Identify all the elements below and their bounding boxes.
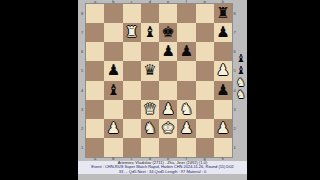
black-bishop-piece-icon: ♝ (143, 25, 156, 40)
square-c3 (123, 100, 141, 119)
rank-label-3: 3 (78, 100, 86, 119)
square-h3 (214, 100, 232, 119)
square-h1 (214, 138, 232, 157)
square-g3 (196, 100, 214, 119)
square-b4: ♝ (104, 81, 122, 100)
black-rook-piece-icon: ♜ (216, 6, 229, 21)
square-d6 (141, 42, 159, 61)
square-d8 (141, 4, 159, 23)
square-g7 (196, 23, 214, 42)
square-a7 (86, 23, 104, 42)
square-e2: ♚ (159, 119, 177, 138)
square-g1 (196, 138, 214, 157)
white-queen-piece-icon: ♛ (143, 102, 156, 117)
black-pawn-piece-icon: ♟ (216, 25, 229, 40)
white-pawn-piece-icon: ♟ (161, 102, 174, 117)
square-e1 (159, 138, 177, 157)
square-e6: ♟ (159, 42, 177, 61)
square-d4 (141, 81, 159, 100)
square-b6 (104, 42, 122, 61)
black-pawn-piece-icon: ♟ (216, 83, 229, 98)
square-c8 (123, 4, 141, 23)
square-c5 (123, 61, 141, 80)
square-g8 (196, 4, 214, 23)
video-frame: abcdefgh ♜♜♝♚♟♟♟♟♛♟♝♟♛♟♞♟♞♚♟♟ abcdefgh 8… (0, 0, 320, 180)
rank-labels-left: 87654321 (78, 4, 86, 157)
square-d3: ♛ (141, 100, 159, 119)
square-e8 (159, 4, 177, 23)
rank-label-7: 7 (232, 23, 237, 42)
square-c1 (123, 138, 141, 157)
square-d2: ♞ (141, 119, 159, 138)
square-b5: ♟ (104, 61, 122, 80)
square-d7: ♝ (141, 23, 159, 42)
rank-label-1: 1 (78, 138, 86, 157)
square-d5: ♛ (141, 61, 159, 80)
square-h6 (214, 42, 232, 61)
material-imbalance-tray: ♝♝♞♞ (235, 53, 247, 101)
white-king-piece-icon: ♚ (161, 121, 174, 136)
square-f7 (177, 23, 195, 42)
white-knight-piece-icon: ♞ (180, 102, 193, 117)
rank-label-4: 4 (78, 81, 86, 100)
square-e3: ♟ (159, 100, 177, 119)
square-c6 (123, 42, 141, 61)
rank-label-5: 5 (78, 61, 86, 80)
black-pawn-piece-icon: ♟ (180, 44, 193, 59)
square-f4 (177, 81, 195, 100)
square-b3 (104, 100, 122, 119)
white-pawn-piece-icon: ♟ (216, 63, 229, 78)
rank-label-2: 2 (232, 119, 237, 138)
black-pawn-piece-icon: ♟ (107, 63, 120, 78)
black-bishop-piece-icon: ♝ (107, 83, 120, 98)
square-a3 (86, 100, 104, 119)
right-letterbox-bar (247, 0, 320, 180)
square-a8 (86, 4, 104, 23)
chess-board: ♜♜♝♚♟♟♟♟♛♟♝♟♛♟♞♟♞♚♟♟ (86, 4, 232, 157)
square-d1 (141, 138, 159, 157)
white-rook-piece-icon: ♜ (125, 25, 138, 40)
square-g5 (196, 61, 214, 80)
square-a1 (86, 138, 104, 157)
chess-viewer-panel: abcdefgh ♜♜♝♚♟♟♟♟♛♟♝♟♛♟♞♟♞♚♟♟ abcdefgh 8… (78, 0, 247, 180)
white-pawn-piece-icon: ♟ (216, 121, 229, 136)
square-h7: ♟ (214, 23, 232, 42)
black-queen-piece-icon: ♛ (143, 63, 156, 78)
square-f6: ♟ (177, 42, 195, 61)
game-info-footer: Artemiev, Vladislav (2711) - Zhu, Jiner … (78, 161, 247, 174)
square-f8 (177, 4, 195, 23)
square-a5 (86, 61, 104, 80)
rank-label-8: 8 (232, 4, 237, 23)
rank-label-3: 3 (232, 100, 237, 119)
square-b7 (104, 23, 122, 42)
rank-label-6: 6 (78, 42, 86, 61)
square-a4 (86, 81, 104, 100)
rank-label-7: 7 (78, 23, 86, 42)
square-a2 (86, 119, 104, 138)
moves-status-text: 33 ... Qd5 Next : 34.Qxd5 Length : 97 Ma… (78, 170, 247, 174)
black-king-piece-icon: ♚ (161, 25, 174, 40)
square-h5: ♟ (214, 61, 232, 80)
square-f2: ♟ (177, 119, 195, 138)
square-a6 (86, 42, 104, 61)
captured-white-knight-icon: ♞ (235, 89, 247, 101)
square-g2 (196, 119, 214, 138)
white-pawn-piece-icon: ♟ (180, 121, 193, 136)
white-pawn-piece-icon: ♟ (107, 121, 120, 136)
rank-label-1: 1 (232, 138, 237, 157)
square-f1 (177, 138, 195, 157)
square-b8 (104, 4, 122, 23)
square-f3: ♞ (177, 100, 195, 119)
black-pawn-piece-icon: ♟ (161, 44, 174, 59)
rank-label-2: 2 (78, 119, 86, 138)
square-c4 (123, 81, 141, 100)
square-h4: ♟ (214, 81, 232, 100)
white-knight-piece-icon: ♞ (143, 121, 156, 136)
square-e5 (159, 61, 177, 80)
square-f5 (177, 61, 195, 80)
square-g4 (196, 81, 214, 100)
square-e4 (159, 81, 177, 100)
square-b2: ♟ (104, 119, 122, 138)
square-c2 (123, 119, 141, 138)
square-g6 (196, 42, 214, 61)
square-c7: ♜ (123, 23, 141, 42)
left-letterbox-bar (0, 0, 78, 180)
square-h2: ♟ (214, 119, 232, 138)
square-e7: ♚ (159, 23, 177, 42)
square-h8: ♜ (214, 4, 232, 23)
rank-label-8: 8 (78, 4, 86, 23)
square-b1 (104, 138, 122, 157)
